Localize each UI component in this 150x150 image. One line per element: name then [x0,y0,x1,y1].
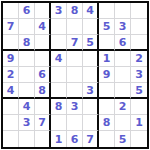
cell-r4c6[interactable] [83,51,99,67]
cell-r3c7[interactable] [99,35,115,51]
cell-r6c5[interactable] [67,83,83,99]
cell-r6c9[interactable]: 5 [131,83,147,99]
cell-r9c7[interactable] [99,131,115,147]
cell-r1c9[interactable] [131,3,147,19]
sudoku-board: 638474538756941226934835483237811675 [1,1,149,149]
cell-r7c3[interactable] [35,99,51,115]
cell-r6c4[interactable] [51,83,67,99]
cell-r3c1[interactable] [3,35,19,51]
cell-r7c9[interactable] [131,99,147,115]
cell-r8c2[interactable]: 3 [19,115,35,131]
cell-r1c5[interactable]: 8 [67,3,83,19]
cell-r2c4[interactable] [51,19,67,35]
cell-r2c5[interactable] [67,19,83,35]
cell-r1c8[interactable] [115,3,131,19]
cell-r1c3[interactable] [35,3,51,19]
cell-r3c9[interactable] [131,35,147,51]
cell-r9c1[interactable] [3,131,19,147]
cell-r9c4[interactable]: 1 [51,131,67,147]
cell-r6c6[interactable]: 3 [83,83,99,99]
cell-r8c9[interactable]: 1 [131,115,147,131]
cell-r5c8[interactable] [115,67,131,83]
cell-r2c8[interactable]: 3 [115,19,131,35]
cell-r2c3[interactable]: 4 [35,19,51,35]
cell-r6c3[interactable]: 8 [35,83,51,99]
cell-r9c6[interactable]: 7 [83,131,99,147]
cell-r5c1[interactable]: 2 [3,67,19,83]
cell-r7c1[interactable] [3,99,19,115]
cell-r3c2[interactable]: 8 [19,35,35,51]
cell-r8c5[interactable] [67,115,83,131]
cell-r4c2[interactable] [19,51,35,67]
cell-r7c7[interactable] [99,99,115,115]
cell-r4c9[interactable]: 2 [131,51,147,67]
cell-r8c8[interactable] [115,115,131,131]
cell-r5c7[interactable]: 9 [99,67,115,83]
cell-r4c8[interactable] [115,51,131,67]
cell-r1c2[interactable]: 6 [19,3,35,19]
cell-r9c2[interactable] [19,131,35,147]
cell-r7c6[interactable] [83,99,99,115]
cell-r7c5[interactable]: 3 [67,99,83,115]
cell-r6c7[interactable] [99,83,115,99]
cell-r2c7[interactable]: 5 [99,19,115,35]
cell-r3c6[interactable]: 5 [83,35,99,51]
cell-r5c6[interactable] [83,67,99,83]
cell-r9c3[interactable] [35,131,51,147]
cell-r4c4[interactable]: 4 [51,51,67,67]
cell-r8c7[interactable]: 8 [99,115,115,131]
cell-r3c3[interactable] [35,35,51,51]
cell-r1c7[interactable] [99,3,115,19]
cell-r1c4[interactable]: 3 [51,3,67,19]
cell-r3c8[interactable]: 6 [115,35,131,51]
cell-r4c1[interactable]: 9 [3,51,19,67]
cell-r9c9[interactable] [131,131,147,147]
cell-r5c9[interactable]: 3 [131,67,147,83]
cell-r2c1[interactable]: 7 [3,19,19,35]
cell-r8c4[interactable] [51,115,67,131]
cell-r7c2[interactable]: 4 [19,99,35,115]
cell-r9c8[interactable]: 5 [115,131,131,147]
cell-r4c3[interactable] [35,51,51,67]
cell-r4c7[interactable]: 1 [99,51,115,67]
cell-r7c8[interactable]: 2 [115,99,131,115]
cell-r2c6[interactable] [83,19,99,35]
cell-r6c2[interactable] [19,83,35,99]
cell-r2c2[interactable] [19,19,35,35]
cell-r8c1[interactable] [3,115,19,131]
cell-r5c4[interactable] [51,67,67,83]
cell-r6c8[interactable] [115,83,131,99]
cell-r8c6[interactable] [83,115,99,131]
cell-r3c5[interactable]: 7 [67,35,83,51]
cell-r1c6[interactable]: 4 [83,3,99,19]
cell-r2c9[interactable] [131,19,147,35]
cell-r1c1[interactable] [3,3,19,19]
cell-r5c3[interactable]: 6 [35,67,51,83]
cell-r8c3[interactable]: 7 [35,115,51,131]
cell-r5c2[interactable] [19,67,35,83]
cell-r5c5[interactable] [67,67,83,83]
cell-r3c4[interactable] [51,35,67,51]
cell-r6c1[interactable]: 4 [3,83,19,99]
cell-r9c5[interactable]: 6 [67,131,83,147]
cell-r4c5[interactable] [67,51,83,67]
cell-r7c4[interactable]: 8 [51,99,67,115]
